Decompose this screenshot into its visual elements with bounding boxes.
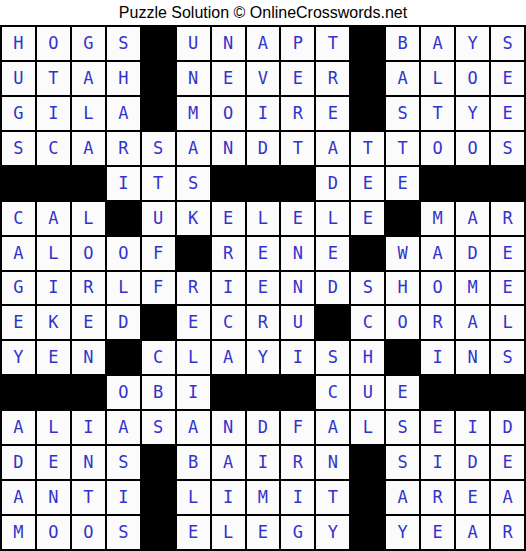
letter-cell: L xyxy=(176,480,211,515)
letter-cell: F xyxy=(141,271,176,306)
letter-cell: O xyxy=(71,236,106,271)
letter-cell: E xyxy=(420,515,455,550)
letter-cell: C xyxy=(211,305,246,340)
letter-cell: D xyxy=(315,271,350,306)
letter-cell: S xyxy=(490,340,525,375)
letter-cell: A xyxy=(1,480,36,515)
letter-cell: U xyxy=(176,26,211,61)
letter-cell: E xyxy=(36,445,71,480)
letter-cell: I xyxy=(106,480,141,515)
black-cell xyxy=(280,166,315,201)
letter-cell: S xyxy=(106,445,141,480)
letter-cell: A xyxy=(385,480,420,515)
letter-cell: S xyxy=(106,26,141,61)
letter-cell: N xyxy=(211,131,246,166)
letter-cell: O xyxy=(455,131,490,166)
black-cell xyxy=(36,166,71,201)
letter-cell: S xyxy=(350,271,385,306)
letter-cell: H xyxy=(1,26,36,61)
letter-cell: A xyxy=(420,26,455,61)
letter-cell: A xyxy=(1,236,36,271)
letter-cell: S xyxy=(141,131,176,166)
letter-cell: V xyxy=(246,61,281,96)
black-cell xyxy=(350,61,385,96)
letter-cell: D xyxy=(315,166,350,201)
letter-cell: L xyxy=(246,201,281,236)
letter-cell: O xyxy=(385,305,420,340)
letter-cell: N xyxy=(71,445,106,480)
letter-cell: E xyxy=(211,201,246,236)
letter-cell: F xyxy=(141,236,176,271)
letter-cell: S xyxy=(490,26,525,61)
letter-cell: L xyxy=(36,410,71,445)
letter-cell: S xyxy=(385,410,420,445)
letter-cell: N xyxy=(211,410,246,445)
letter-cell: E xyxy=(211,61,246,96)
letter-cell: B xyxy=(385,26,420,61)
letter-cell: I xyxy=(211,480,246,515)
letter-cell: B xyxy=(141,375,176,410)
letter-cell: A xyxy=(420,236,455,271)
letter-cell: O xyxy=(211,96,246,131)
letter-cell: D xyxy=(106,305,141,340)
letter-cell: E xyxy=(36,340,71,375)
black-cell xyxy=(141,480,176,515)
letter-cell: O xyxy=(420,271,455,306)
black-cell xyxy=(490,375,525,410)
letter-cell: E xyxy=(246,515,281,550)
letter-cell: E xyxy=(455,480,490,515)
letter-cell: O xyxy=(420,131,455,166)
letter-cell: E xyxy=(385,375,420,410)
letter-cell: L xyxy=(176,340,211,375)
letter-cell: C xyxy=(315,375,350,410)
black-cell xyxy=(141,26,176,61)
letter-cell: E xyxy=(350,166,385,201)
letter-cell: H xyxy=(350,340,385,375)
letter-cell: I xyxy=(280,340,315,375)
letter-cell: A xyxy=(211,445,246,480)
letter-cell: A xyxy=(106,96,141,131)
letter-cell: D xyxy=(1,445,36,480)
letter-cell: A xyxy=(315,410,350,445)
letter-cell: I xyxy=(420,445,455,480)
letter-cell: T xyxy=(36,61,71,96)
letter-cell: O xyxy=(71,515,106,550)
letter-cell: Y xyxy=(1,340,36,375)
letter-cell: T xyxy=(420,96,455,131)
letter-cell: E xyxy=(490,271,525,306)
black-cell xyxy=(420,166,455,201)
letter-cell: D xyxy=(246,131,281,166)
letter-cell: Y xyxy=(315,515,350,550)
letter-cell: D xyxy=(455,445,490,480)
letter-cell: O xyxy=(106,236,141,271)
page-title: Puzzle Solution © OnlineCrosswords.net xyxy=(0,0,526,25)
letter-cell: R xyxy=(71,271,106,306)
letter-cell: M xyxy=(455,271,490,306)
letter-cell: L xyxy=(71,201,106,236)
letter-cell: U xyxy=(1,61,36,96)
letter-cell: E xyxy=(280,201,315,236)
black-cell xyxy=(350,480,385,515)
black-cell xyxy=(141,515,176,550)
letter-cell: L xyxy=(71,96,106,131)
letter-cell: D xyxy=(455,236,490,271)
black-cell xyxy=(106,340,141,375)
letter-cell: N xyxy=(176,61,211,96)
letter-cell: F xyxy=(280,410,315,445)
letter-cell: Y xyxy=(246,340,281,375)
black-cell xyxy=(385,340,420,375)
letter-cell: H xyxy=(385,271,420,306)
letter-cell: S xyxy=(315,340,350,375)
letter-cell: R xyxy=(246,305,281,340)
black-cell xyxy=(350,515,385,550)
letter-cell: O xyxy=(36,515,71,550)
letter-cell: L xyxy=(315,201,350,236)
letter-cell: L xyxy=(420,61,455,96)
black-cell xyxy=(141,61,176,96)
letter-cell: I xyxy=(176,375,211,410)
letter-cell: E xyxy=(176,305,211,340)
letter-cell: N xyxy=(280,271,315,306)
letter-cell: T xyxy=(280,131,315,166)
letter-cell: K xyxy=(36,305,71,340)
letter-cell: I xyxy=(280,480,315,515)
letter-cell: N xyxy=(280,236,315,271)
letter-cell: I xyxy=(36,96,71,131)
letter-cell: M xyxy=(1,515,36,550)
black-cell xyxy=(350,96,385,131)
letter-cell: O xyxy=(36,26,71,61)
puzzle-solution-page: Puzzle Solution © OnlineCrosswords.net H… xyxy=(0,0,526,551)
black-cell xyxy=(420,375,455,410)
black-cell xyxy=(280,375,315,410)
letter-cell: Y xyxy=(385,515,420,550)
letter-cell: A xyxy=(455,305,490,340)
letter-cell: A xyxy=(455,515,490,550)
letter-cell: B xyxy=(176,445,211,480)
letter-cell: E xyxy=(490,236,525,271)
letter-cell: R xyxy=(106,131,141,166)
letter-cell: D xyxy=(246,410,281,445)
letter-cell: A xyxy=(211,340,246,375)
letter-cell: U xyxy=(280,305,315,340)
letter-cell: A xyxy=(315,131,350,166)
letter-cell: G xyxy=(1,271,36,306)
black-cell xyxy=(350,236,385,271)
letter-cell: S xyxy=(141,410,176,445)
letter-cell: A xyxy=(385,61,420,96)
letter-cell: E xyxy=(1,305,36,340)
letter-cell: T xyxy=(315,480,350,515)
black-cell xyxy=(211,166,246,201)
letter-cell: N xyxy=(211,26,246,61)
letter-cell: L xyxy=(106,271,141,306)
letter-cell: N xyxy=(36,480,71,515)
black-cell xyxy=(176,236,211,271)
letter-cell: E xyxy=(385,166,420,201)
letter-cell: I xyxy=(246,96,281,131)
letter-cell: O xyxy=(455,61,490,96)
letter-cell: A xyxy=(36,201,71,236)
black-cell xyxy=(211,375,246,410)
black-cell xyxy=(141,96,176,131)
letter-cell: I xyxy=(106,166,141,201)
letter-cell: A xyxy=(71,61,106,96)
letter-cell: E xyxy=(350,201,385,236)
letter-cell: T xyxy=(315,26,350,61)
letter-cell: P xyxy=(280,26,315,61)
letter-cell: D xyxy=(490,410,525,445)
letter-cell: R xyxy=(280,96,315,131)
letter-cell: E xyxy=(490,96,525,131)
black-cell xyxy=(106,201,141,236)
letter-cell: W xyxy=(385,236,420,271)
letter-cell: N xyxy=(315,445,350,480)
letter-cell: T xyxy=(141,166,176,201)
letter-cell: A xyxy=(455,201,490,236)
letter-cell: E xyxy=(420,410,455,445)
letter-cell: R xyxy=(420,480,455,515)
letter-cell: S xyxy=(106,515,141,550)
letter-cell: N xyxy=(455,340,490,375)
letter-cell: O xyxy=(106,375,141,410)
letter-cell: I xyxy=(246,445,281,480)
letter-cell: N xyxy=(71,340,106,375)
letter-cell: R xyxy=(490,201,525,236)
black-cell xyxy=(141,445,176,480)
letter-cell: L xyxy=(211,515,246,550)
letter-cell: E xyxy=(280,61,315,96)
letter-cell: I xyxy=(211,271,246,306)
letter-cell: G xyxy=(1,96,36,131)
letter-cell: C xyxy=(141,340,176,375)
letter-cell: M xyxy=(176,96,211,131)
black-cell xyxy=(1,166,36,201)
letter-cell: I xyxy=(420,340,455,375)
letter-cell: A xyxy=(176,410,211,445)
letter-cell: E xyxy=(315,96,350,131)
letter-cell: Y xyxy=(455,96,490,131)
letter-cell: K xyxy=(176,201,211,236)
letter-cell: C xyxy=(36,131,71,166)
letter-cell: E xyxy=(246,271,281,306)
letter-cell: I xyxy=(36,271,71,306)
black-cell xyxy=(1,375,36,410)
letter-cell: E xyxy=(246,236,281,271)
black-cell xyxy=(246,166,281,201)
letter-cell: S xyxy=(385,445,420,480)
letter-cell: G xyxy=(280,515,315,550)
letter-cell: I xyxy=(455,410,490,445)
letter-cell: S xyxy=(490,131,525,166)
letter-cell: A xyxy=(1,410,36,445)
letter-cell: M xyxy=(246,480,281,515)
letter-cell: A xyxy=(71,131,106,166)
letter-cell: A xyxy=(176,131,211,166)
black-cell xyxy=(350,26,385,61)
letter-cell: T xyxy=(385,131,420,166)
black-cell xyxy=(490,166,525,201)
letter-cell: S xyxy=(176,166,211,201)
letter-cell: R xyxy=(280,445,315,480)
letter-cell: M xyxy=(420,201,455,236)
letter-cell: I xyxy=(71,410,106,445)
black-cell xyxy=(385,201,420,236)
letter-cell: E xyxy=(71,305,106,340)
black-cell xyxy=(71,375,106,410)
letter-cell: T xyxy=(71,480,106,515)
letter-cell: E xyxy=(490,445,525,480)
letter-cell: A xyxy=(106,410,141,445)
black-cell xyxy=(246,375,281,410)
letter-cell: L xyxy=(350,410,385,445)
letter-cell: R xyxy=(490,515,525,550)
black-cell xyxy=(36,375,71,410)
letter-cell: U xyxy=(350,375,385,410)
letter-cell: C xyxy=(1,201,36,236)
letter-cell: L xyxy=(36,236,71,271)
letter-cell: E xyxy=(176,515,211,550)
letter-cell: E xyxy=(315,236,350,271)
letter-cell: S xyxy=(385,96,420,131)
letter-cell: S xyxy=(1,131,36,166)
letter-cell: C xyxy=(350,305,385,340)
letter-cell: R xyxy=(315,61,350,96)
letter-cell: Y xyxy=(455,26,490,61)
black-cell xyxy=(455,375,490,410)
letter-cell: U xyxy=(141,201,176,236)
black-cell xyxy=(315,305,350,340)
black-cell xyxy=(141,305,176,340)
letter-cell: E xyxy=(490,61,525,96)
black-cell xyxy=(71,166,106,201)
black-cell xyxy=(350,445,385,480)
black-cell xyxy=(455,166,490,201)
crossword-grid: HOGSUNAPTBAYSUTAHNEVERALOEGILAMOIRESTYES… xyxy=(0,25,526,551)
letter-cell: A xyxy=(246,26,281,61)
letter-cell: R xyxy=(420,305,455,340)
letter-cell: R xyxy=(211,236,246,271)
letter-cell: L xyxy=(490,305,525,340)
letter-cell: A xyxy=(490,480,525,515)
letter-cell: H xyxy=(106,61,141,96)
letter-cell: T xyxy=(350,131,385,166)
letter-cell: G xyxy=(71,26,106,61)
letter-cell: R xyxy=(176,271,211,306)
